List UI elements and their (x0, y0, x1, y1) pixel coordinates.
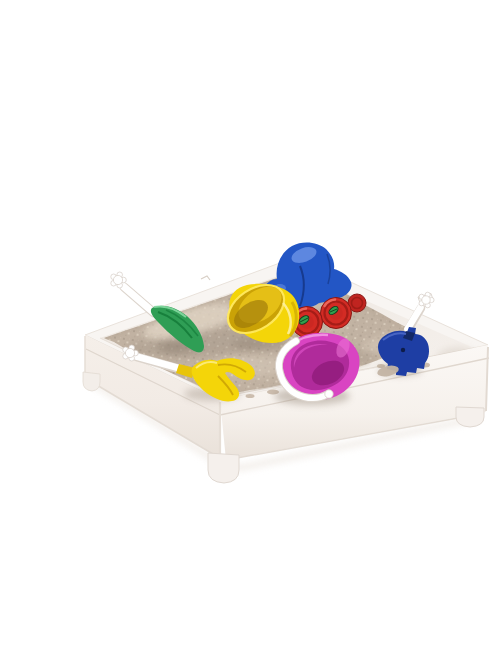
foot-left (83, 372, 100, 391)
foot-right (456, 407, 484, 427)
sand-crumb (246, 394, 255, 398)
product-photo-sandbox (40, 16, 496, 664)
crown-center (125, 348, 134, 357)
scene-canvas (40, 16, 496, 664)
foot-front (208, 453, 239, 483)
crown-center (422, 296, 430, 304)
shovel-handle (124, 287, 154, 313)
rake-head-hole (401, 348, 405, 352)
crown-center (113, 275, 122, 284)
rim-notch-left (201, 276, 210, 280)
bucket-handle-nub (325, 390, 333, 398)
truck-wheel-rear (321, 298, 352, 329)
